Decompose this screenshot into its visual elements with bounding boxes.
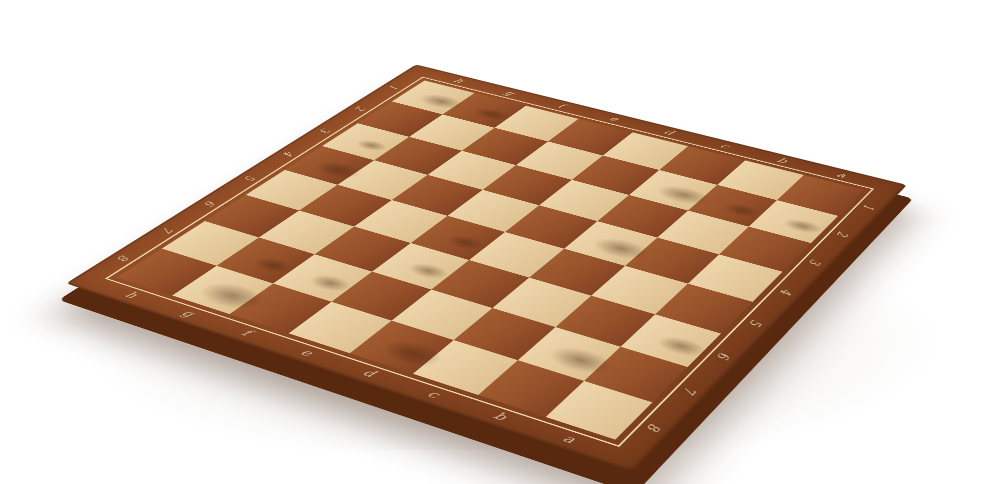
black-pawn-icon: ♟ bbox=[632, 259, 710, 346]
black-king-icon: ♚ bbox=[144, 118, 302, 295]
black-bishop-icon: ♝ bbox=[506, 218, 632, 359]
chess-board-photo: hhggffeeddccbbaa1122334455667788 ♚♜♟♛♛♟♟… bbox=[0, 0, 1000, 484]
black-rook-icon: ♜ bbox=[337, 207, 467, 353]
white-rook-icon: ♜ bbox=[442, 19, 527, 114]
white-pawn-icon: ♟ bbox=[702, 141, 764, 210]
white-pawn-icon: ♟ bbox=[762, 155, 826, 226]
